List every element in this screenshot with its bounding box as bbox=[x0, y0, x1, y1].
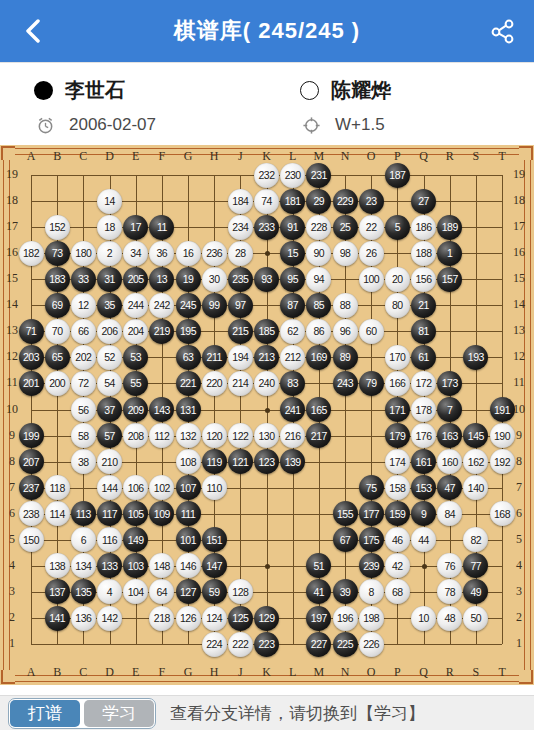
mode-toggle: 打谱学习 bbox=[8, 698, 156, 729]
stone-B229-N18: 229 bbox=[333, 189, 358, 214]
col-label-bottom: F bbox=[153, 665, 171, 680]
stone-B227-M1: 227 bbox=[306, 632, 331, 657]
stone-B177-O6: 177 bbox=[359, 501, 384, 526]
result-text: W+1.5 bbox=[335, 115, 385, 135]
white-player: 陈耀烨 bbox=[300, 77, 391, 104]
black-player: 李世石 bbox=[34, 77, 125, 104]
stone-W242-F14: 242 bbox=[149, 293, 174, 318]
stone-B21-Q14: 21 bbox=[411, 293, 436, 318]
stone-W212-L12: 212 bbox=[280, 345, 305, 370]
stone-W190-T9: 190 bbox=[490, 423, 515, 448]
stone-W74-K18: 74 bbox=[254, 189, 279, 214]
row-label-right: 15 bbox=[509, 271, 529, 286]
col-label-bottom: B bbox=[48, 665, 66, 680]
stone-B71-A13: 71 bbox=[19, 319, 44, 344]
row-label-right: 7 bbox=[509, 480, 529, 495]
stone-W132-G9: 132 bbox=[176, 423, 201, 448]
row-label-left: 14 bbox=[2, 297, 22, 312]
bottom-toolbar: 打谱学习 查看分支详情，请切换到【学习】 bbox=[0, 695, 534, 730]
stone-W184-J18: 184 bbox=[228, 189, 253, 214]
star-point bbox=[265, 564, 270, 569]
stone-B205-E15: 205 bbox=[123, 267, 148, 292]
stone-W226-O1: 226 bbox=[359, 632, 384, 657]
stone-W178-Q10: 178 bbox=[411, 397, 436, 422]
stone-W188-Q16: 188 bbox=[411, 241, 436, 266]
stone-B25-N17: 25 bbox=[333, 215, 358, 240]
stone-W12-C14: 12 bbox=[71, 293, 96, 318]
stone-B189-R17: 189 bbox=[437, 215, 462, 240]
stone-B39-N3: 39 bbox=[333, 579, 358, 604]
stone-B215-J13: 215 bbox=[228, 319, 253, 344]
stone-W70-B13: 70 bbox=[45, 319, 70, 344]
stone-B155-N6: 155 bbox=[333, 501, 358, 526]
share-icon bbox=[490, 18, 516, 44]
col-label-bottom: N bbox=[336, 665, 354, 680]
col-label-bottom: K bbox=[258, 665, 276, 680]
stone-B35-D14: 35 bbox=[97, 293, 122, 318]
date-text: 2006-02-07 bbox=[69, 115, 156, 135]
page-title: 棋谱库( 245/245 ) bbox=[174, 16, 360, 46]
col-label-top: F bbox=[153, 149, 171, 164]
stone-W186-Q17: 186 bbox=[411, 215, 436, 240]
share-button[interactable] bbox=[484, 14, 522, 48]
col-label-top: J bbox=[231, 149, 249, 164]
row-label-right: 5 bbox=[509, 532, 529, 547]
row-label-left: 17 bbox=[2, 219, 22, 234]
stone-B37-D10: 37 bbox=[97, 397, 122, 422]
stone-W90-M16: 90 bbox=[306, 241, 331, 266]
stone-W48-R2: 48 bbox=[437, 606, 462, 631]
stone-W130-K9: 130 bbox=[254, 423, 279, 448]
stone-W14-D18: 14 bbox=[97, 189, 122, 214]
game-info-panel: 李世石 陈耀烨 2006-02-07 W+ bbox=[0, 62, 534, 146]
col-label-bottom: G bbox=[179, 665, 197, 680]
stone-W232-K19: 232 bbox=[254, 163, 279, 188]
col-label-bottom: H bbox=[205, 665, 223, 680]
stone-B69-B14: 69 bbox=[45, 293, 70, 318]
stone-B95-L15: 95 bbox=[280, 267, 305, 292]
stone-W176-Q9: 176 bbox=[411, 423, 436, 448]
stone-B29-M18: 29 bbox=[306, 189, 331, 214]
stone-B73-B16: 73 bbox=[45, 241, 70, 266]
stone-W98-N16: 98 bbox=[333, 241, 358, 266]
board-corner-ornament bbox=[519, 146, 533, 160]
stone-B59-H3: 59 bbox=[202, 579, 227, 604]
col-label-top: B bbox=[48, 149, 66, 164]
stone-B87-L14: 87 bbox=[280, 293, 305, 318]
stone-W202-C12: 202 bbox=[71, 345, 96, 370]
stone-W136-C2: 136 bbox=[71, 606, 96, 631]
game-result: W+1.5 bbox=[302, 115, 385, 135]
target-icon bbox=[302, 116, 321, 135]
col-label-bottom: R bbox=[441, 665, 459, 680]
col-label-top: Q bbox=[415, 149, 433, 164]
stone-W200-B11: 200 bbox=[45, 371, 70, 396]
row-label-right: 2 bbox=[509, 610, 529, 625]
stone-W36-F16: 36 bbox=[149, 241, 174, 266]
stone-W210-D8: 210 bbox=[97, 449, 122, 474]
stone-W168-T6: 168 bbox=[490, 501, 515, 526]
col-label-top: T bbox=[493, 149, 511, 164]
col-label-bottom: P bbox=[388, 665, 406, 680]
stone-B199-A9: 199 bbox=[19, 423, 44, 448]
stone-W244-E14: 244 bbox=[123, 293, 148, 318]
stone-W118-B7: 118 bbox=[45, 475, 70, 500]
col-label-top: E bbox=[127, 149, 145, 164]
stone-W122-J9: 122 bbox=[228, 423, 253, 448]
stone-W214-J11: 214 bbox=[228, 371, 253, 396]
stone-W192-T8: 192 bbox=[490, 449, 515, 474]
stone-B75-O7: 75 bbox=[359, 475, 384, 500]
stone-W58-C9: 58 bbox=[71, 423, 96, 448]
stone-W124-H2: 124 bbox=[202, 606, 227, 631]
col-label-bottom: L bbox=[284, 665, 302, 680]
stone-W180-C16: 180 bbox=[71, 241, 96, 266]
stone-W120-H9: 120 bbox=[202, 423, 227, 448]
stone-W138-B4: 138 bbox=[45, 553, 70, 578]
tab-xuexi[interactable]: 学习 bbox=[84, 700, 154, 727]
stone-B19-G15: 19 bbox=[176, 267, 201, 292]
clock-icon bbox=[36, 116, 55, 135]
row-label-right: 3 bbox=[509, 584, 529, 599]
stone-W96-N13: 96 bbox=[333, 319, 358, 344]
col-label-bottom: S bbox=[467, 665, 485, 680]
star-point bbox=[265, 408, 270, 413]
col-label-top: G bbox=[179, 149, 197, 164]
row-label-left: 4 bbox=[2, 558, 22, 573]
stone-W20-P15: 20 bbox=[385, 267, 410, 292]
row-label-right: 16 bbox=[509, 245, 529, 260]
stone-W100-O15: 100 bbox=[359, 267, 384, 292]
row-label-right: 11 bbox=[509, 375, 529, 390]
row-label-right: 18 bbox=[509, 193, 529, 208]
stone-B119-H8: 119 bbox=[202, 449, 227, 474]
stone-W60-O13: 60 bbox=[359, 319, 384, 344]
row-label-left: 18 bbox=[2, 193, 22, 208]
stone-W28-J16: 28 bbox=[228, 241, 253, 266]
stone-W230-L19: 230 bbox=[280, 163, 305, 188]
stone-B147-H4: 147 bbox=[202, 553, 227, 578]
stone-W26-O16: 26 bbox=[359, 241, 384, 266]
stone-W194-J12: 194 bbox=[228, 345, 253, 370]
stone-B13-F15: 13 bbox=[149, 267, 174, 292]
row-label-left: 15 bbox=[2, 271, 22, 286]
stone-B125-J2: 125 bbox=[228, 606, 253, 631]
stone-W72-C11: 72 bbox=[71, 371, 96, 396]
stone-W8-O3: 8 bbox=[359, 579, 384, 604]
stone-B195-G13: 195 bbox=[176, 319, 201, 344]
stone-B85-M14: 85 bbox=[306, 293, 331, 318]
col-label-bottom: C bbox=[74, 665, 92, 680]
stone-W80-P14: 80 bbox=[385, 293, 410, 318]
col-label-top: S bbox=[467, 149, 485, 164]
stone-B83-L11: 83 bbox=[280, 371, 305, 396]
board-corner-ornament bbox=[519, 670, 533, 684]
stone-W172-Q11: 172 bbox=[411, 371, 436, 396]
stone-B67-N5: 67 bbox=[333, 527, 358, 552]
stone-B203-A12: 203 bbox=[19, 345, 44, 370]
stone-B185-K13: 185 bbox=[254, 319, 279, 344]
stone-B1-R16: 1 bbox=[437, 241, 462, 266]
row-label-right: 13 bbox=[509, 323, 529, 338]
stone-B141-B2: 141 bbox=[45, 606, 70, 631]
stone-W10-Q2: 10 bbox=[411, 606, 436, 631]
row-label-right: 17 bbox=[509, 219, 529, 234]
col-label-top: L bbox=[284, 149, 302, 164]
back-button[interactable] bbox=[16, 14, 50, 48]
stone-W2-D16: 2 bbox=[97, 241, 122, 266]
go-board[interactable]: AABBCCDDEEFFGGHHJJKKLLMMNNOOPPQQRRSSTT19… bbox=[0, 145, 534, 685]
stone-B97-J14: 97 bbox=[228, 293, 253, 318]
stone-W62-L13: 62 bbox=[280, 319, 305, 344]
stone-B89-N12: 89 bbox=[333, 345, 358, 370]
stone-B131-G10: 131 bbox=[176, 397, 201, 422]
stone-W34-E16: 34 bbox=[123, 241, 148, 266]
col-label-bottom: D bbox=[101, 665, 119, 680]
stone-B151-H5: 151 bbox=[202, 527, 227, 552]
stone-W198-O2: 198 bbox=[359, 606, 384, 631]
stone-W108-G8: 108 bbox=[176, 449, 201, 474]
stone-W204-E13: 204 bbox=[123, 319, 148, 344]
stone-B31-D15: 31 bbox=[97, 267, 122, 292]
stone-W54-D11: 54 bbox=[97, 371, 122, 396]
stone-W38-C8: 38 bbox=[71, 449, 96, 474]
stone-B221-G11: 221 bbox=[176, 371, 201, 396]
stone-B23-O18: 23 bbox=[359, 189, 384, 214]
stone-W196-N2: 196 bbox=[333, 606, 358, 631]
board-corner-ornament bbox=[1, 670, 15, 684]
stone-W170-P12: 170 bbox=[385, 345, 410, 370]
board-corner-ornament bbox=[1, 146, 15, 160]
stone-W234-J17: 234 bbox=[228, 215, 253, 240]
stone-B27-Q18: 27 bbox=[411, 189, 436, 214]
row-label-right: 1 bbox=[509, 636, 529, 651]
stone-B57-D9: 57 bbox=[97, 423, 122, 448]
stone-B237-A7: 237 bbox=[19, 475, 44, 500]
stone-B223-K1: 223 bbox=[254, 632, 279, 657]
col-label-top: H bbox=[205, 149, 223, 164]
stone-W22-O17: 22 bbox=[359, 215, 384, 240]
stone-B175-O5: 175 bbox=[359, 527, 384, 552]
tab-dapu[interactable]: 打谱 bbox=[10, 700, 80, 727]
stone-W30-H15: 30 bbox=[202, 267, 227, 292]
stone-B107-G7: 107 bbox=[176, 475, 201, 500]
game-date: 2006-02-07 bbox=[36, 115, 156, 135]
black-player-name: 李世石 bbox=[65, 77, 125, 104]
stone-W52-D12: 52 bbox=[97, 345, 122, 370]
stone-W142-D2: 142 bbox=[97, 606, 122, 631]
col-label-bottom: Q bbox=[415, 665, 433, 680]
stone-W114-B6: 114 bbox=[45, 501, 70, 526]
stone-B137-B3: 137 bbox=[45, 579, 70, 604]
stone-W50-S2: 50 bbox=[463, 606, 488, 631]
stone-W146-G4: 146 bbox=[176, 553, 201, 578]
row-label-right: 4 bbox=[509, 558, 529, 573]
row-label-left: 19 bbox=[2, 167, 22, 182]
stone-B183-B15: 183 bbox=[45, 267, 70, 292]
stone-W110-H7: 110 bbox=[202, 475, 227, 500]
stone-B243-N11: 243 bbox=[333, 371, 358, 396]
stone-W88-N14: 88 bbox=[333, 293, 358, 318]
stone-B111-G6: 111 bbox=[176, 501, 201, 526]
stone-W126-G2: 126 bbox=[176, 606, 201, 631]
star-point bbox=[422, 564, 427, 569]
col-label-top: C bbox=[74, 149, 92, 164]
col-label-top: M bbox=[310, 149, 328, 164]
stone-W206-D13: 206 bbox=[97, 319, 122, 344]
stone-W6-C5: 6 bbox=[71, 527, 96, 552]
stone-B239-O4: 239 bbox=[359, 553, 384, 578]
col-label-top: K bbox=[258, 149, 276, 164]
col-label-bottom: A bbox=[22, 665, 40, 680]
stone-B207-A8: 207 bbox=[19, 449, 44, 474]
stone-B179-P9: 179 bbox=[385, 423, 410, 448]
stone-B113-C6: 113 bbox=[71, 501, 96, 526]
stone-B121-J8: 121 bbox=[228, 449, 253, 474]
stone-B17-E17: 17 bbox=[123, 215, 148, 240]
col-label-bottom: M bbox=[310, 665, 328, 680]
row-label-left: 3 bbox=[2, 584, 22, 599]
stone-B123-K8: 123 bbox=[254, 449, 279, 474]
stone-W222-J1: 222 bbox=[228, 632, 253, 657]
col-label-top: A bbox=[22, 149, 40, 164]
stone-W240-K11: 240 bbox=[254, 371, 279, 396]
stone-B187-P19: 187 bbox=[385, 163, 410, 188]
stone-B5-P17: 5 bbox=[385, 215, 410, 240]
stone-B233-K17: 233 bbox=[254, 215, 279, 240]
col-label-top: N bbox=[336, 149, 354, 164]
stone-B245-G14: 245 bbox=[176, 293, 201, 318]
stone-B15-L16: 15 bbox=[280, 241, 305, 266]
stone-W150-A5: 150 bbox=[19, 527, 44, 552]
stone-B61-Q12: 61 bbox=[411, 345, 436, 370]
stone-W228-M17: 228 bbox=[306, 215, 331, 240]
stone-W236-H16: 236 bbox=[202, 241, 227, 266]
kifu-viewer-screen: { "header": { "title": "棋谱库( 245/245 )" … bbox=[0, 0, 534, 730]
col-label-top: P bbox=[388, 149, 406, 164]
stone-B33-C15: 33 bbox=[71, 267, 96, 292]
white-player-name: 陈耀烨 bbox=[331, 77, 391, 104]
row-label-right: 19 bbox=[509, 167, 529, 182]
stone-W56-C10: 56 bbox=[71, 397, 96, 422]
stone-B181-L18: 181 bbox=[280, 189, 305, 214]
stone-W174-P8: 174 bbox=[385, 449, 410, 474]
row-label-left: 1 bbox=[2, 636, 22, 651]
stone-B53-E12: 53 bbox=[123, 345, 148, 370]
stone-B213-K12: 213 bbox=[254, 345, 279, 370]
stone-B55-E11: 55 bbox=[123, 371, 148, 396]
stone-B79-O11: 79 bbox=[359, 371, 384, 396]
col-label-top: R bbox=[441, 149, 459, 164]
stone-W166-P11: 166 bbox=[385, 371, 410, 396]
stone-W152-B17: 152 bbox=[45, 215, 70, 240]
stone-B211-H12: 211 bbox=[202, 345, 227, 370]
stone-B93-K15: 93 bbox=[254, 267, 279, 292]
chevron-left-icon bbox=[23, 19, 43, 43]
stone-W182-A16: 182 bbox=[19, 241, 44, 266]
stone-W156-Q15: 156 bbox=[411, 267, 436, 292]
stone-B11-F17: 11 bbox=[149, 215, 174, 240]
stone-B101-G5: 101 bbox=[176, 527, 201, 552]
stone-B191-T10: 191 bbox=[490, 397, 515, 422]
stone-B65-B12: 65 bbox=[45, 345, 70, 370]
stone-B91-L17: 91 bbox=[280, 215, 305, 240]
stone-B63-G12: 63 bbox=[176, 345, 201, 370]
stone-W94-M15: 94 bbox=[306, 267, 331, 292]
col-label-top: D bbox=[101, 149, 119, 164]
stone-B157-R15: 157 bbox=[437, 267, 462, 292]
stone-B235-J15: 235 bbox=[228, 267, 253, 292]
stone-B99-H14: 99 bbox=[202, 293, 227, 318]
stone-B225-N1: 225 bbox=[333, 632, 358, 657]
stone-W16-G16: 16 bbox=[176, 241, 201, 266]
stone-B81-Q13: 81 bbox=[411, 319, 436, 344]
row-label-right: 14 bbox=[509, 297, 529, 312]
star-point bbox=[265, 251, 270, 256]
col-label-bottom: J bbox=[231, 665, 249, 680]
stone-B197-M2: 197 bbox=[306, 606, 331, 631]
stone-W238-A6: 238 bbox=[19, 501, 44, 526]
stone-W18-D17: 18 bbox=[97, 215, 122, 240]
white-stone-icon bbox=[300, 81, 319, 100]
black-stone-icon bbox=[34, 81, 53, 100]
stone-B129-K2: 129 bbox=[254, 606, 279, 631]
row-label-right: 12 bbox=[509, 349, 529, 364]
stone-B127-G3: 127 bbox=[176, 579, 201, 604]
stone-W218-F2: 218 bbox=[149, 606, 174, 631]
stone-W66-C13: 66 bbox=[71, 319, 96, 344]
row-label-left: 10 bbox=[2, 402, 22, 417]
stone-W224-H1: 224 bbox=[202, 632, 227, 657]
col-label-bottom: E bbox=[127, 665, 145, 680]
col-label-bottom: T bbox=[493, 665, 511, 680]
col-label-bottom: O bbox=[362, 665, 380, 680]
stone-B159-P6: 159 bbox=[385, 501, 410, 526]
mode-hint-text: 查看分支详情，请切换到【学习】 bbox=[170, 702, 425, 725]
col-label-top: O bbox=[362, 149, 380, 164]
stone-W158-P7: 158 bbox=[385, 475, 410, 500]
row-label-left: 2 bbox=[2, 610, 22, 625]
stone-B231-M19: 231 bbox=[306, 163, 331, 188]
stone-B201-A11: 201 bbox=[19, 371, 44, 396]
stone-W220-H11: 220 bbox=[202, 371, 227, 396]
stone-B171-P10: 171 bbox=[385, 397, 410, 422]
header-bar: 棋谱库( 245/245 ) bbox=[0, 0, 534, 62]
